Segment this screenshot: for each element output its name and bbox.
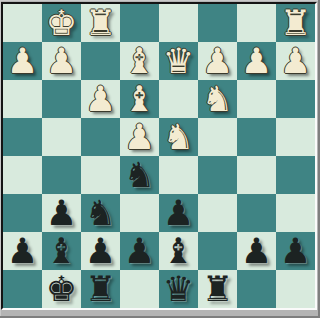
square-a8[interactable] <box>276 270 315 308</box>
square-b4[interactable] <box>237 118 276 156</box>
square-f5[interactable] <box>81 156 120 194</box>
piece-bP[interactable]: ♟ <box>85 232 116 270</box>
square-f2[interactable] <box>81 42 120 80</box>
square-h4[interactable] <box>3 118 42 156</box>
square-b6[interactable] <box>237 194 276 232</box>
piece-wP[interactable]: ♟ <box>124 118 155 156</box>
square-h8[interactable] <box>3 270 42 308</box>
square-c5[interactable] <box>198 156 237 194</box>
square-h1[interactable] <box>3 4 42 42</box>
square-f4[interactable] <box>81 118 120 156</box>
piece-bR[interactable]: ♜ <box>202 270 233 308</box>
square-g1[interactable]: ♚ <box>42 4 81 42</box>
square-h5[interactable] <box>3 156 42 194</box>
square-g3[interactable] <box>42 80 81 118</box>
square-a5[interactable] <box>276 156 315 194</box>
square-c8[interactable]: ♜ <box>198 270 237 308</box>
piece-wP[interactable]: ♟ <box>241 42 272 80</box>
square-d6[interactable]: ♟ <box>159 194 198 232</box>
square-b3[interactable] <box>237 80 276 118</box>
piece-bN[interactable]: ♞ <box>85 194 116 232</box>
piece-wR[interactable]: ♜ <box>85 4 116 42</box>
square-b5[interactable] <box>237 156 276 194</box>
square-e2[interactable]: ♝ <box>120 42 159 80</box>
square-b7[interactable]: ♟ <box>237 232 276 270</box>
square-h6[interactable] <box>3 194 42 232</box>
piece-wK[interactable]: ♚ <box>46 4 77 42</box>
piece-wP[interactable]: ♟ <box>280 42 311 80</box>
square-f8[interactable]: ♜ <box>81 270 120 308</box>
piece-bP[interactable]: ♟ <box>280 232 311 270</box>
square-d4[interactable]: ♞ <box>159 118 198 156</box>
square-h7[interactable]: ♟ <box>3 232 42 270</box>
square-a1[interactable]: ♜ <box>276 4 315 42</box>
square-d8[interactable]: ♛ <box>159 270 198 308</box>
square-a2[interactable]: ♟ <box>276 42 315 80</box>
square-e4[interactable]: ♟ <box>120 118 159 156</box>
square-a7[interactable]: ♟ <box>276 232 315 270</box>
piece-bR[interactable]: ♜ <box>85 270 116 308</box>
piece-bP[interactable]: ♟ <box>7 232 38 270</box>
square-e6[interactable] <box>120 194 159 232</box>
square-e5[interactable]: ♞ <box>120 156 159 194</box>
piece-wN[interactable]: ♞ <box>202 80 233 118</box>
piece-wB[interactable]: ♝ <box>124 42 155 80</box>
square-d3[interactable] <box>159 80 198 118</box>
square-c7[interactable] <box>198 232 237 270</box>
square-a4[interactable] <box>276 118 315 156</box>
piece-bB[interactable]: ♝ <box>163 232 194 270</box>
square-c2[interactable]: ♟ <box>198 42 237 80</box>
piece-bP[interactable]: ♟ <box>46 194 77 232</box>
square-b1[interactable] <box>237 4 276 42</box>
square-b8[interactable] <box>237 270 276 308</box>
piece-bP[interactable]: ♟ <box>124 232 155 270</box>
piece-wP[interactable]: ♟ <box>7 42 38 80</box>
square-f6[interactable]: ♞ <box>81 194 120 232</box>
piece-wP[interactable]: ♟ <box>85 80 116 118</box>
square-e7[interactable]: ♟ <box>120 232 159 270</box>
square-a3[interactable] <box>276 80 315 118</box>
square-a6[interactable] <box>276 194 315 232</box>
square-e3[interactable]: ♝ <box>120 80 159 118</box>
piece-wP[interactable]: ♟ <box>46 42 77 80</box>
square-g4[interactable] <box>42 118 81 156</box>
square-f1[interactable]: ♜ <box>81 4 120 42</box>
square-c3[interactable]: ♞ <box>198 80 237 118</box>
piece-wP[interactable]: ♟ <box>202 42 233 80</box>
piece-bN[interactable]: ♞ <box>124 156 155 194</box>
square-h2[interactable]: ♟ <box>3 42 42 80</box>
square-g6[interactable]: ♟ <box>42 194 81 232</box>
piece-wN[interactable]: ♞ <box>163 118 194 156</box>
piece-wR[interactable]: ♜ <box>280 4 311 42</box>
square-f7[interactable]: ♟ <box>81 232 120 270</box>
square-d7[interactable]: ♝ <box>159 232 198 270</box>
square-g7[interactable]: ♝ <box>42 232 81 270</box>
piece-bK[interactable]: ♚ <box>46 270 77 308</box>
piece-wB[interactable]: ♝ <box>124 80 155 118</box>
square-c6[interactable] <box>198 194 237 232</box>
piece-bQ[interactable]: ♛ <box>163 270 194 308</box>
square-b2[interactable]: ♟ <box>237 42 276 80</box>
square-g2[interactable]: ♟ <box>42 42 81 80</box>
piece-bP[interactable]: ♟ <box>241 232 272 270</box>
square-g5[interactable] <box>42 156 81 194</box>
piece-bB[interactable]: ♝ <box>46 232 77 270</box>
square-g8[interactable]: ♚ <box>42 270 81 308</box>
square-d5[interactable] <box>159 156 198 194</box>
piece-wQ[interactable]: ♛ <box>163 42 194 80</box>
square-e1[interactable] <box>120 4 159 42</box>
square-d1[interactable] <box>159 4 198 42</box>
piece-bP[interactable]: ♟ <box>163 194 194 232</box>
square-e8[interactable] <box>120 270 159 308</box>
square-c4[interactable] <box>198 118 237 156</box>
square-h3[interactable] <box>3 80 42 118</box>
chess-board: ♚♜♜♟♟♝♛♟♟♟♟♝♞♟♞♞♟♞♟♟♝♟♟♝♟♟♚♜♛♜ <box>1 2 317 310</box>
board-frame: ♚♜♜♟♟♝♛♟♟♟♟♝♞♟♞♞♟♞♟♟♝♟♟♝♟♟♚♜♛♜ <box>0 0 320 318</box>
square-d2[interactable]: ♛ <box>159 42 198 80</box>
square-f3[interactable]: ♟ <box>81 80 120 118</box>
square-c1[interactable] <box>198 4 237 42</box>
